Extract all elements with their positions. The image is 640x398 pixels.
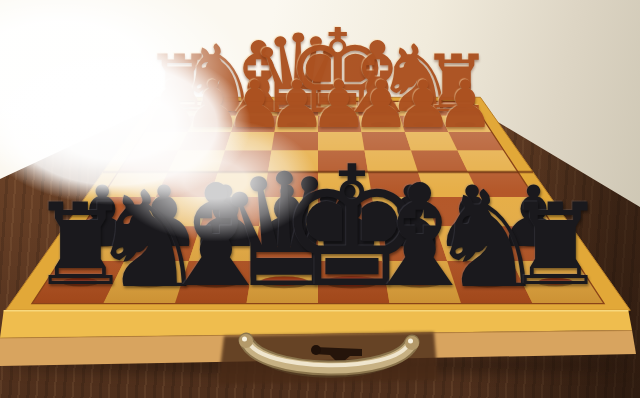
photo-scene: ♜♞♝♛♚♝♞♜♟♟♟♟♟♟♟♟♟♟♟♟♟♟♟♟♜♞♝♛♚♝♞♜ — [0, 0, 640, 398]
piece-black-rook[interactable]: ♜ — [505, 189, 606, 302]
piece-red-pawn[interactable]: ♟ — [436, 72, 495, 137]
pieces-layer: ♜♞♝♛♚♝♞♜♟♟♟♟♟♟♟♟♟♟♟♟♟♟♟♟♜♞♝♛♚♝♞♜ — [0, 0, 640, 398]
